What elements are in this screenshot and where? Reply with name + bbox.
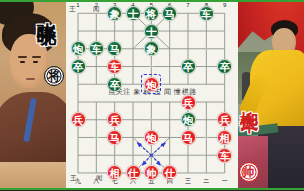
piece-red-车: 车 — [217, 148, 232, 163]
piece-black-炮: 炮 — [71, 41, 86, 56]
piece-red-兵: 兵 — [181, 95, 196, 110]
corner-watermark: 闻 — [96, 174, 103, 181]
piece-black-士: 士 — [144, 24, 159, 39]
column-number-top: 7 — [182, 2, 194, 8]
piece-red-车: 车 — [107, 59, 122, 74]
left-player-eyebrow — [32, 56, 41, 58]
table — [0, 162, 66, 190]
piece-black-士: 士 — [126, 6, 141, 21]
left-player-mouth — [26, 78, 35, 80]
last-move-highlight — [141, 74, 161, 94]
piece-black-象: 象 — [107, 6, 122, 21]
left-player-photo: 张晓平 将 — [0, 0, 66, 190]
frame-border-bottom — [0, 188, 304, 191]
column-number-bottom: 三 — [182, 178, 194, 184]
piece-black-卒: 卒 — [107, 77, 122, 92]
column-number-top: 9 — [219, 2, 231, 8]
piece-black-卒: 卒 — [71, 59, 86, 74]
right-player-hand — [244, 112, 255, 121]
piece-red-相: 相 — [107, 165, 122, 180]
piece-red-仕: 仕 — [162, 165, 177, 180]
left-player-eye — [20, 61, 25, 63]
piece-black-车: 车 — [199, 6, 214, 21]
left-player-eyebrow — [18, 56, 27, 58]
piece-red-兵: 兵 — [71, 112, 86, 127]
piece-black-车: 车 — [89, 41, 104, 56]
piece-black-将: 将 — [144, 6, 159, 21]
black-general-glyph: 将 — [48, 70, 60, 82]
piece-red-帅: 帅 — [144, 165, 159, 180]
video-frame: 张晓平 将 点关注 象 棋 王 闻 懂棋路 123456789九八七六五四三二一… — [0, 0, 304, 190]
right-player-name: 柳大华 — [240, 96, 258, 102]
piece-red-兵: 兵 — [107, 112, 122, 127]
xiangqi-board: 点关注 象 棋 王 闻 懂棋路 123456789九八七六五四三二一王闻王闻象士… — [66, 0, 238, 190]
piece-red-炮: 炮 — [144, 130, 159, 145]
piece-red-兵: 兵 — [217, 112, 232, 127]
left-player-eye — [33, 61, 38, 63]
column-number-bottom: 一 — [219, 178, 231, 184]
red-general-glyph: 帅 — [243, 166, 255, 178]
corner-watermark: 王 — [69, 5, 76, 12]
piece-red-相: 相 — [217, 130, 232, 145]
piece-black-卒: 卒 — [181, 59, 196, 74]
frame-border-top — [0, 0, 304, 2]
piece-black-炮: 炮 — [181, 112, 196, 127]
black-side-badge: 将 — [44, 66, 64, 86]
left-player-name: 张晓平 — [37, 7, 57, 13]
piece-red-仕: 仕 — [126, 165, 141, 180]
column-number-bottom: 二 — [200, 178, 212, 184]
corner-watermark: 王 — [70, 174, 77, 181]
piece-red-马: 马 — [181, 130, 196, 145]
piece-black-卒: 卒 — [217, 59, 232, 74]
corner-watermark: 闻 — [93, 5, 100, 12]
piece-black-象: 象 — [144, 41, 159, 56]
piece-black-马: 马 — [162, 6, 177, 21]
red-side-badge: 帅 — [239, 162, 259, 182]
right-player-photo: 柳大华 帅 — [238, 0, 304, 190]
